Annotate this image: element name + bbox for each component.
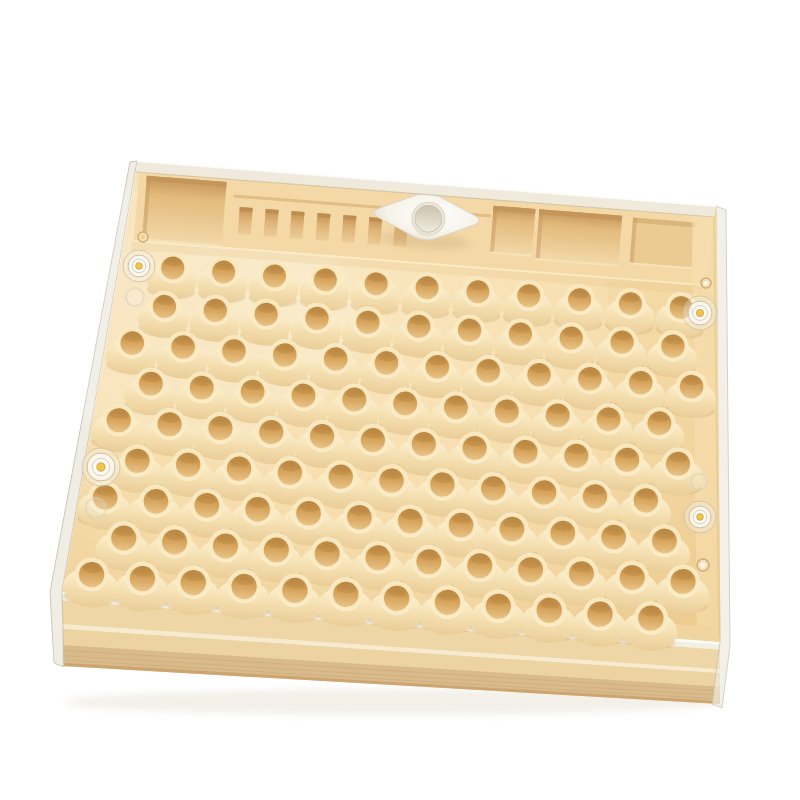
mounting-eyelet [684,501,716,533]
eyelet-yellow-center [697,514,704,521]
box-top-face [0,152,754,656]
medium-recess [490,206,536,256]
cell-grid [62,246,733,655]
mounting-eyelet [123,250,155,282]
ghost-ring [691,474,707,490]
corner-recess-right [630,218,695,269]
molded-hole-center [141,235,146,240]
eyelet-yellow-center [696,309,703,316]
large-recess-left-pocket [142,176,227,245]
mounting-eyelet [683,296,717,330]
eyelet-yellow-center [136,263,143,270]
ghost-ring [86,498,106,518]
ghost-ring [126,288,144,306]
molded-hole-center [704,281,709,286]
eyelet-yellow-center [97,463,105,471]
large-recess-right [536,209,623,265]
molded-hole-center [700,562,705,567]
cell-cup-box-illustration [0,0,800,800]
product-photo [0,0,800,800]
mounting-eyelet [82,448,120,486]
board-local [0,152,754,656]
large-recess-left [142,176,227,246]
